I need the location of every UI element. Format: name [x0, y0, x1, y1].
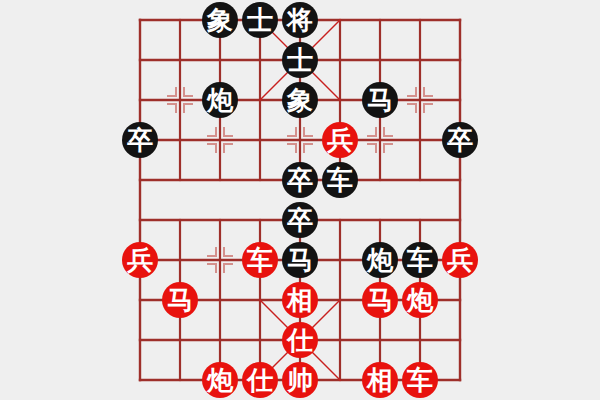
- point-6-4[interactable]: [360, 160, 400, 200]
- red-elephant-piece[interactable]: 相: [282, 282, 318, 318]
- point-4-0[interactable]: 将: [280, 0, 320, 40]
- black-chariot-piece[interactable]: 车: [402, 242, 438, 278]
- point-2-2[interactable]: 炮: [200, 80, 240, 120]
- point-3-2[interactable]: [240, 80, 280, 120]
- point-2-9[interactable]: 炮: [200, 360, 240, 400]
- point-7-1[interactable]: [400, 40, 440, 80]
- point-4-9[interactable]: 帅: [280, 360, 320, 400]
- red-advisor-piece[interactable]: 仕: [282, 322, 318, 358]
- point-2-3[interactable]: [200, 120, 240, 160]
- point-0-2[interactable]: [120, 80, 160, 120]
- point-3-3[interactable]: [240, 120, 280, 160]
- point-7-3[interactable]: [400, 120, 440, 160]
- black-advisor-piece[interactable]: 士: [242, 2, 278, 38]
- point-1-5[interactable]: [160, 200, 200, 240]
- black-soldier-piece[interactable]: 卒: [442, 122, 478, 158]
- point-6-1[interactable]: [360, 40, 400, 80]
- point-1-9[interactable]: [160, 360, 200, 400]
- point-3-5[interactable]: [240, 200, 280, 240]
- point-8-4[interactable]: [440, 160, 480, 200]
- point-4-4[interactable]: 卒: [280, 160, 320, 200]
- point-0-6[interactable]: 兵: [120, 240, 160, 280]
- point-7-5[interactable]: [400, 200, 440, 240]
- point-8-9[interactable]: [440, 360, 480, 400]
- point-5-0[interactable]: [320, 0, 360, 40]
- black-soldier-piece[interactable]: 卒: [282, 202, 318, 238]
- black-advisor-piece[interactable]: 士: [282, 42, 318, 78]
- point-3-6[interactable]: 车: [240, 240, 280, 280]
- point-1-1[interactable]: [160, 40, 200, 80]
- point-4-7[interactable]: 相: [280, 280, 320, 320]
- red-general-piece[interactable]: 帅: [282, 362, 318, 398]
- black-general-piece[interactable]: 将: [282, 2, 318, 38]
- black-horse-piece[interactable]: 马: [282, 242, 318, 278]
- point-0-4[interactable]: [120, 160, 160, 200]
- point-6-7[interactable]: 马: [360, 280, 400, 320]
- point-8-3[interactable]: 卒: [440, 120, 480, 160]
- black-elephant-piece[interactable]: 象: [202, 2, 238, 38]
- point-1-2[interactable]: [160, 80, 200, 120]
- point-1-3[interactable]: [160, 120, 200, 160]
- point-0-8[interactable]: [120, 320, 160, 360]
- point-3-1[interactable]: [240, 40, 280, 80]
- black-cannon-piece[interactable]: 炮: [362, 242, 398, 278]
- point-5-1[interactable]: [320, 40, 360, 80]
- point-6-5[interactable]: [360, 200, 400, 240]
- red-horse-piece[interactable]: 马: [362, 282, 398, 318]
- point-7-9[interactable]: 车: [400, 360, 440, 400]
- point-3-8[interactable]: [240, 320, 280, 360]
- point-4-6[interactable]: 马: [280, 240, 320, 280]
- point-4-5[interactable]: 卒: [280, 200, 320, 240]
- point-5-8[interactable]: [320, 320, 360, 360]
- point-8-1[interactable]: [440, 40, 480, 80]
- xiangqi-diagram: 象士将士炮象马卒兵卒卒车卒兵车马炮车兵马相马炮仕炮仕帅相车: [0, 0, 600, 400]
- point-6-6[interactable]: 炮: [360, 240, 400, 280]
- point-0-7[interactable]: [120, 280, 160, 320]
- black-horse-piece[interactable]: 马: [362, 82, 398, 118]
- red-elephant-piece[interactable]: 相: [362, 362, 398, 398]
- point-5-4[interactable]: 车: [320, 160, 360, 200]
- point-0-3[interactable]: 卒: [120, 120, 160, 160]
- red-horse-piece[interactable]: 马: [162, 282, 198, 318]
- point-5-9[interactable]: [320, 360, 360, 400]
- point-5-5[interactable]: [320, 200, 360, 240]
- point-8-7[interactable]: [440, 280, 480, 320]
- red-chariot-piece[interactable]: 车: [402, 362, 438, 398]
- red-cannon-piece[interactable]: 炮: [402, 282, 438, 318]
- point-8-8[interactable]: [440, 320, 480, 360]
- red-cannon-piece[interactable]: 炮: [202, 362, 238, 398]
- red-chariot-piece[interactable]: 车: [242, 242, 278, 278]
- point-6-3[interactable]: [360, 120, 400, 160]
- red-soldier-piece[interactable]: 兵: [442, 242, 478, 278]
- point-0-5[interactable]: [120, 200, 160, 240]
- point-3-4[interactable]: [240, 160, 280, 200]
- point-3-9[interactable]: 仕: [240, 360, 280, 400]
- point-5-7[interactable]: [320, 280, 360, 320]
- point-8-2[interactable]: [440, 80, 480, 120]
- red-soldier-piece[interactable]: 兵: [122, 242, 158, 278]
- point-1-0[interactable]: [160, 0, 200, 40]
- black-soldier-piece[interactable]: 卒: [282, 162, 318, 198]
- point-8-5[interactable]: [440, 200, 480, 240]
- point-6-8[interactable]: [360, 320, 400, 360]
- point-7-4[interactable]: [400, 160, 440, 200]
- point-7-8[interactable]: [400, 320, 440, 360]
- point-7-6[interactable]: 车: [400, 240, 440, 280]
- point-5-2[interactable]: [320, 80, 360, 120]
- point-8-6[interactable]: 兵: [440, 240, 480, 280]
- point-1-4[interactable]: [160, 160, 200, 200]
- point-4-8[interactable]: 仕: [280, 320, 320, 360]
- black-cannon-piece[interactable]: 炮: [202, 82, 238, 118]
- point-2-7[interactable]: [200, 280, 240, 320]
- point-2-1[interactable]: [200, 40, 240, 80]
- black-soldier-piece[interactable]: 卒: [122, 122, 158, 158]
- point-2-5[interactable]: [200, 200, 240, 240]
- black-elephant-piece[interactable]: 象: [282, 82, 318, 118]
- point-2-6[interactable]: [200, 240, 240, 280]
- point-1-6[interactable]: [160, 240, 200, 280]
- point-0-1[interactable]: [120, 40, 160, 80]
- point-6-2[interactable]: 马: [360, 80, 400, 120]
- point-4-3[interactable]: [280, 120, 320, 160]
- point-0-0[interactable]: [120, 0, 160, 40]
- point-6-9[interactable]: 相: [360, 360, 400, 400]
- xiangqi-board[interactable]: 象士将士炮象马卒兵卒卒车卒兵车马炮车兵马相马炮仕炮仕帅相车: [120, 0, 480, 400]
- red-advisor-piece[interactable]: 仕: [242, 362, 278, 398]
- point-2-0[interactable]: 象: [200, 0, 240, 40]
- point-0-9[interactable]: [120, 360, 160, 400]
- point-2-4[interactable]: [200, 160, 240, 200]
- point-2-8[interactable]: [200, 320, 240, 360]
- point-7-2[interactable]: [400, 80, 440, 120]
- point-4-2[interactable]: 象: [280, 80, 320, 120]
- point-7-7[interactable]: 炮: [400, 280, 440, 320]
- point-3-7[interactable]: [240, 280, 280, 320]
- point-5-6[interactable]: [320, 240, 360, 280]
- point-6-0[interactable]: [360, 0, 400, 40]
- point-3-0[interactable]: 士: [240, 0, 280, 40]
- point-1-8[interactable]: [160, 320, 200, 360]
- point-1-7[interactable]: 马: [160, 280, 200, 320]
- point-4-1[interactable]: 士: [280, 40, 320, 80]
- red-soldier-piece[interactable]: 兵: [322, 122, 358, 158]
- point-8-0[interactable]: [440, 0, 480, 40]
- black-chariot-piece[interactable]: 车: [322, 162, 358, 198]
- point-5-3[interactable]: 兵: [320, 120, 360, 160]
- point-7-0[interactable]: [400, 0, 440, 40]
